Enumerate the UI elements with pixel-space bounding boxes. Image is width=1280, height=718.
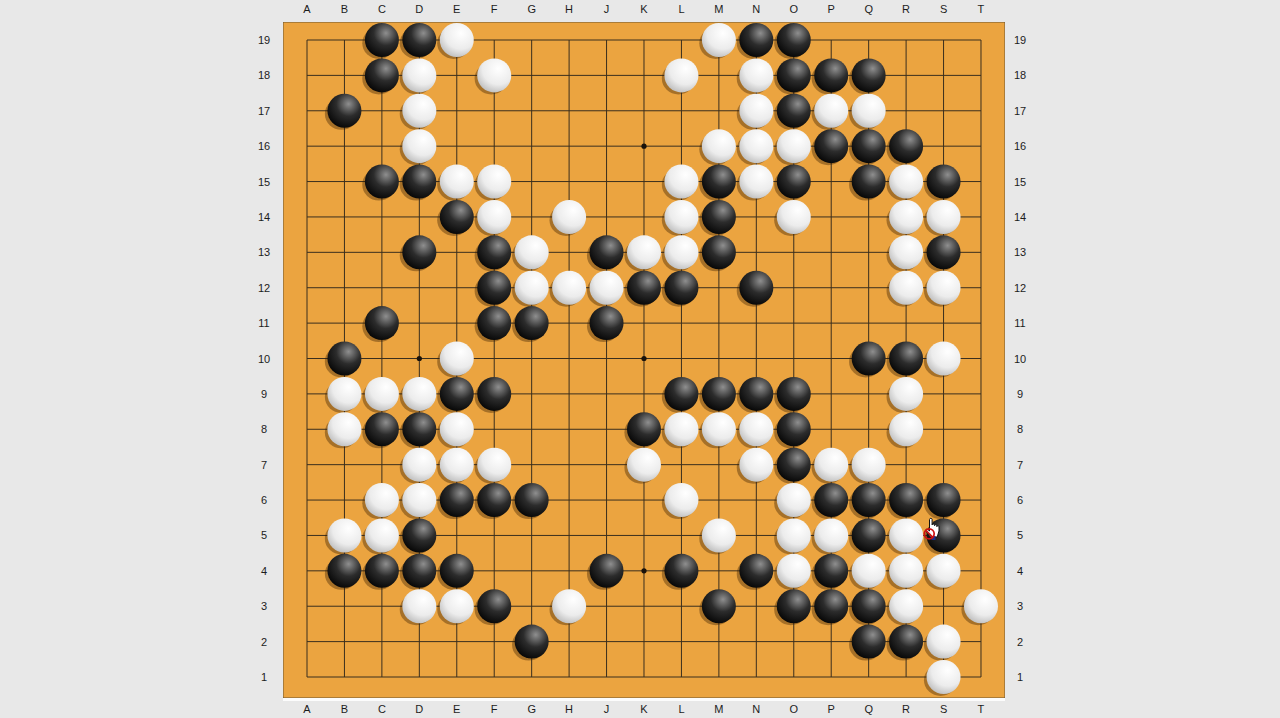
- coordinate-label: 15: [250, 175, 278, 189]
- coordinate-label: 8: [1006, 422, 1034, 436]
- stone-black-P18: [814, 58, 848, 92]
- coordinate-label: B: [334, 2, 354, 16]
- stone-black-B17: [327, 94, 361, 128]
- coordinate-label: 7: [250, 458, 278, 472]
- stone-white-O14: [777, 200, 811, 234]
- stone-black-D13: [402, 235, 436, 269]
- stone-black-M13: [702, 235, 736, 269]
- coordinate-label: M: [709, 702, 729, 716]
- stone-white-O5: [777, 518, 811, 552]
- coordinate-label: 18: [1006, 68, 1034, 82]
- stone-black-F3: [477, 589, 511, 623]
- stone-white-E19: [440, 23, 474, 57]
- stone-black-O3: [777, 589, 811, 623]
- coordinate-label: 5: [1006, 528, 1034, 542]
- coordinate-label: 15: [1006, 175, 1034, 189]
- stone-white-J12: [590, 271, 624, 305]
- stone-black-O7: [777, 448, 811, 482]
- star-point: [641, 568, 646, 573]
- stone-black-C19: [365, 23, 399, 57]
- coordinate-label: 8: [250, 422, 278, 436]
- coordinate-label: O: [784, 2, 804, 16]
- stone-black-Q15: [852, 165, 886, 199]
- stone-black-P4: [814, 554, 848, 588]
- stone-white-P7: [814, 448, 848, 482]
- stone-white-B8: [327, 412, 361, 446]
- coordinate-label: 19: [250, 33, 278, 47]
- coordinate-label: G: [522, 702, 542, 716]
- coordinate-label: M: [709, 2, 729, 16]
- stone-black-S15: [927, 165, 961, 199]
- stone-black-B4: [327, 554, 361, 588]
- stone-white-H12: [552, 271, 586, 305]
- stone-white-R9: [889, 377, 923, 411]
- coordinate-label: H: [559, 2, 579, 16]
- stone-white-H14: [552, 200, 586, 234]
- stone-white-D6: [402, 483, 436, 517]
- stone-white-G12: [515, 271, 549, 305]
- stone-white-N18: [739, 58, 773, 92]
- coordinate-label: 10: [250, 352, 278, 366]
- stone-black-G2: [515, 625, 549, 659]
- stone-black-J4: [590, 554, 624, 588]
- coordinate-label: 7: [1006, 458, 1034, 472]
- stone-black-R16: [889, 129, 923, 163]
- coordinate-label: L: [671, 2, 691, 16]
- stone-black-E9: [440, 377, 474, 411]
- stone-white-D17: [402, 94, 436, 128]
- stone-black-Q6: [852, 483, 886, 517]
- stone-black-C8: [365, 412, 399, 446]
- stone-white-F18: [477, 58, 511, 92]
- stone-black-O17: [777, 94, 811, 128]
- stone-white-R4: [889, 554, 923, 588]
- cursor-hand-blocked-icon: [921, 516, 945, 542]
- coordinate-label: C: [372, 2, 392, 16]
- coordinate-label: 14: [1006, 210, 1034, 224]
- stone-white-M19: [702, 23, 736, 57]
- stone-black-C15: [365, 165, 399, 199]
- coordinate-label: L: [671, 702, 691, 716]
- coordinate-label: R: [896, 2, 916, 16]
- coordinate-label: E: [447, 702, 467, 716]
- stone-white-S4: [927, 554, 961, 588]
- coordinate-label: C: [372, 702, 392, 716]
- stone-black-R2: [889, 625, 923, 659]
- stone-black-N19: [739, 23, 773, 57]
- stone-white-S14: [927, 200, 961, 234]
- stone-black-G11: [515, 306, 549, 340]
- stone-black-Q16: [852, 129, 886, 163]
- stone-black-N4: [739, 554, 773, 588]
- stone-white-B9: [327, 377, 361, 411]
- stone-black-C4: [365, 554, 399, 588]
- stone-white-G13: [515, 235, 549, 269]
- stone-black-D5: [402, 518, 436, 552]
- coordinate-label: A: [297, 702, 317, 716]
- coordinate-label: J: [597, 702, 617, 716]
- stone-black-M14: [702, 200, 736, 234]
- stone-black-O18: [777, 58, 811, 92]
- coordinate-label: F: [484, 2, 504, 16]
- stone-black-L12: [664, 271, 698, 305]
- stone-white-F14: [477, 200, 511, 234]
- stone-white-E3: [440, 589, 474, 623]
- stone-black-S13: [927, 235, 961, 269]
- coordinate-label: 10: [1006, 352, 1034, 366]
- coordinate-label: D: [409, 702, 429, 716]
- coordinate-label: 16: [250, 139, 278, 153]
- stone-black-G6: [515, 483, 549, 517]
- stone-black-D4: [402, 554, 436, 588]
- stone-white-E15: [440, 165, 474, 199]
- stone-white-R12: [889, 271, 923, 305]
- coordinate-label: 1: [1006, 670, 1034, 684]
- stone-black-J11: [590, 306, 624, 340]
- stone-black-D15: [402, 165, 436, 199]
- stone-white-R8: [889, 412, 923, 446]
- stone-black-F6: [477, 483, 511, 517]
- coordinate-label: Q: [859, 702, 879, 716]
- coordinate-label: A: [297, 2, 317, 16]
- stone-black-L4: [664, 554, 698, 588]
- coordinate-label: S: [934, 2, 954, 16]
- stone-white-C5: [365, 518, 399, 552]
- stone-black-R10: [889, 342, 923, 376]
- stone-black-Q10: [852, 342, 886, 376]
- coordinate-label: G: [522, 2, 542, 16]
- stone-white-S2: [927, 625, 961, 659]
- stone-black-O8: [777, 412, 811, 446]
- stone-black-F13: [477, 235, 511, 269]
- stone-black-F12: [477, 271, 511, 305]
- stone-white-L18: [664, 58, 698, 92]
- stone-black-M3: [702, 589, 736, 623]
- stone-white-N17: [739, 94, 773, 128]
- stone-white-B5: [327, 518, 361, 552]
- stone-black-N12: [739, 271, 773, 305]
- stone-white-D3: [402, 589, 436, 623]
- coordinate-label: 9: [1006, 387, 1034, 401]
- coordinate-label: O: [784, 702, 804, 716]
- coordinate-label: 2: [1006, 635, 1034, 649]
- coordinate-label: N: [746, 2, 766, 16]
- stone-white-L6: [664, 483, 698, 517]
- coordinate-label: 11: [1006, 316, 1034, 330]
- stone-black-M9: [702, 377, 736, 411]
- coordinate-label: 3: [250, 599, 278, 613]
- stone-white-R5: [889, 518, 923, 552]
- stone-white-D18: [402, 58, 436, 92]
- stone-white-Q7: [852, 448, 886, 482]
- coordinate-label: 11: [250, 316, 278, 330]
- stone-white-O4: [777, 554, 811, 588]
- coordinate-label: P: [821, 702, 841, 716]
- stone-black-P6: [814, 483, 848, 517]
- stone-black-K12: [627, 271, 661, 305]
- stone-white-R15: [889, 165, 923, 199]
- stone-black-B10: [327, 342, 361, 376]
- stone-black-C11: [365, 306, 399, 340]
- stone-black-O15: [777, 165, 811, 199]
- coordinate-label: S: [934, 702, 954, 716]
- stone-black-P3: [814, 589, 848, 623]
- coordinate-label: J: [597, 2, 617, 16]
- coordinate-label: 18: [250, 68, 278, 82]
- stone-white-H3: [552, 589, 586, 623]
- coordinate-label: D: [409, 2, 429, 16]
- stone-black-N9: [739, 377, 773, 411]
- stone-white-D9: [402, 377, 436, 411]
- stone-black-E6: [440, 483, 474, 517]
- stone-white-K7: [627, 448, 661, 482]
- coordinate-label: Q: [859, 2, 879, 16]
- stone-black-O9: [777, 377, 811, 411]
- stone-black-P16: [814, 129, 848, 163]
- stone-white-N7: [739, 448, 773, 482]
- stone-white-C6: [365, 483, 399, 517]
- stone-white-N8: [739, 412, 773, 446]
- coordinate-label: 5: [250, 528, 278, 542]
- stone-white-M8: [702, 412, 736, 446]
- stone-black-D8: [402, 412, 436, 446]
- stone-black-Q2: [852, 625, 886, 659]
- stone-white-L15: [664, 165, 698, 199]
- stone-black-E14: [440, 200, 474, 234]
- stone-white-M5: [702, 518, 736, 552]
- coordinate-label: 12: [1006, 281, 1034, 295]
- stone-white-C9: [365, 377, 399, 411]
- stone-white-R13: [889, 235, 923, 269]
- star-point: [641, 144, 646, 149]
- stone-white-K13: [627, 235, 661, 269]
- stone-white-P17: [814, 94, 848, 128]
- stone-black-Q18: [852, 58, 886, 92]
- stone-black-F11: [477, 306, 511, 340]
- stone-white-N15: [739, 165, 773, 199]
- coordinate-label: 17: [1006, 104, 1034, 118]
- stone-white-R14: [889, 200, 923, 234]
- stone-white-Q4: [852, 554, 886, 588]
- stone-black-C18: [365, 58, 399, 92]
- coordinate-label: K: [634, 2, 654, 16]
- coordinate-label: 12: [250, 281, 278, 295]
- coordinate-label: 16: [1006, 139, 1034, 153]
- stone-white-M16: [702, 129, 736, 163]
- coordinate-label: 6: [1006, 493, 1034, 507]
- stone-black-R6: [889, 483, 923, 517]
- stone-white-L8: [664, 412, 698, 446]
- stone-black-E4: [440, 554, 474, 588]
- stone-black-Q3: [852, 589, 886, 623]
- stone-white-O6: [777, 483, 811, 517]
- stone-white-Q17: [852, 94, 886, 128]
- stone-white-E7: [440, 448, 474, 482]
- coordinate-label: P: [821, 2, 841, 16]
- coordinate-label: 6: [250, 493, 278, 507]
- star-point: [417, 356, 422, 361]
- stone-white-S10: [927, 342, 961, 376]
- star-point: [641, 356, 646, 361]
- coordinate-label: N: [746, 702, 766, 716]
- stone-white-D7: [402, 448, 436, 482]
- stone-white-R3: [889, 589, 923, 623]
- coordinate-label: H: [559, 702, 579, 716]
- go-board[interactable]: [283, 22, 1005, 698]
- coordinate-label: E: [447, 2, 467, 16]
- coordinate-label: 13: [250, 245, 278, 259]
- stone-black-J13: [590, 235, 624, 269]
- coordinate-label: 3: [1006, 599, 1034, 613]
- coordinate-label: 13: [1006, 245, 1034, 259]
- stone-black-L9: [664, 377, 698, 411]
- stone-white-S12: [927, 271, 961, 305]
- stone-white-L14: [664, 200, 698, 234]
- stone-black-O19: [777, 23, 811, 57]
- stone-black-S6: [927, 483, 961, 517]
- coordinate-label: F: [484, 702, 504, 716]
- stone-white-E8: [440, 412, 474, 446]
- stone-white-L13: [664, 235, 698, 269]
- coordinate-label: B: [334, 702, 354, 716]
- coordinate-label: T: [971, 702, 991, 716]
- coordinate-label: 17: [250, 104, 278, 118]
- coordinate-label: 1: [250, 670, 278, 684]
- stone-white-F7: [477, 448, 511, 482]
- stone-white-E10: [440, 342, 474, 376]
- coordinate-label: 4: [250, 564, 278, 578]
- stone-white-F15: [477, 165, 511, 199]
- stone-black-Q5: [852, 518, 886, 552]
- stone-black-M15: [702, 165, 736, 199]
- stone-white-S1: [927, 660, 961, 694]
- stone-black-F9: [477, 377, 511, 411]
- stone-black-K8: [627, 412, 661, 446]
- coordinate-label: 2: [250, 635, 278, 649]
- coordinate-label: T: [971, 2, 991, 16]
- stone-black-D19: [402, 23, 436, 57]
- hand-icon: [926, 518, 939, 537]
- coordinate-label: K: [634, 702, 654, 716]
- coordinate-label: 19: [1006, 33, 1034, 47]
- coordinate-label: 14: [250, 210, 278, 224]
- stone-white-P5: [814, 518, 848, 552]
- coordinate-label: 9: [250, 387, 278, 401]
- stone-white-D16: [402, 129, 436, 163]
- stone-white-N16: [739, 129, 773, 163]
- coordinate-label: R: [896, 702, 916, 716]
- stone-white-O16: [777, 129, 811, 163]
- coordinate-label: 4: [1006, 564, 1034, 578]
- stone-white-T3: [964, 589, 998, 623]
